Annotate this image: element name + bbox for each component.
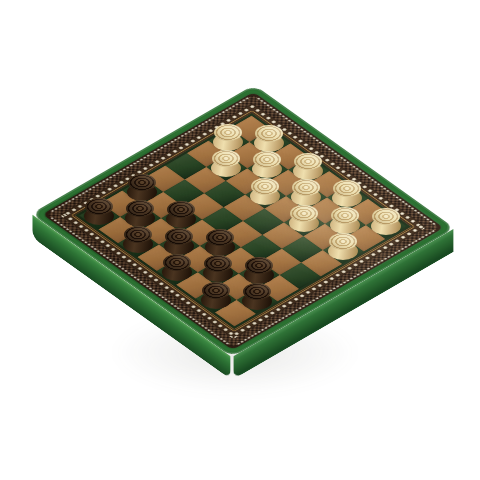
checker-light-h8[interactable] [369, 205, 403, 239]
piece-top-face [206, 229, 234, 246]
checker-light-d6[interactable] [248, 175, 282, 209]
piece-top-face [245, 257, 273, 274]
checker-dark-e1[interactable] [160, 251, 194, 285]
piece-top-face [329, 233, 357, 250]
pieces-layer [0, 0, 480, 480]
piece-top-face [214, 124, 242, 141]
piece-top-face [243, 283, 271, 300]
checker-dark-a1[interactable] [82, 195, 116, 229]
checker-light-f6[interactable] [287, 202, 321, 236]
piece-top-face [204, 255, 232, 272]
checker-dark-g1[interactable] [199, 279, 233, 313]
piece-top-face [251, 178, 279, 195]
piece-top-face [331, 207, 359, 224]
piece-top-face [126, 200, 154, 217]
checker-dark-h2[interactable] [240, 280, 274, 314]
piece-top-face [372, 208, 400, 225]
checker-dark-c1[interactable] [121, 223, 155, 257]
checker-light-b6[interactable] [209, 147, 243, 181]
piece-top-face [202, 282, 230, 299]
piece-top-face [165, 228, 193, 245]
checker-light-h6[interactable] [326, 230, 360, 264]
piece-top-face [163, 254, 191, 271]
product-photo-scene [0, 0, 480, 480]
piece-top-face [292, 179, 320, 196]
piece-top-face [128, 174, 156, 191]
piece-top-face [294, 153, 322, 170]
